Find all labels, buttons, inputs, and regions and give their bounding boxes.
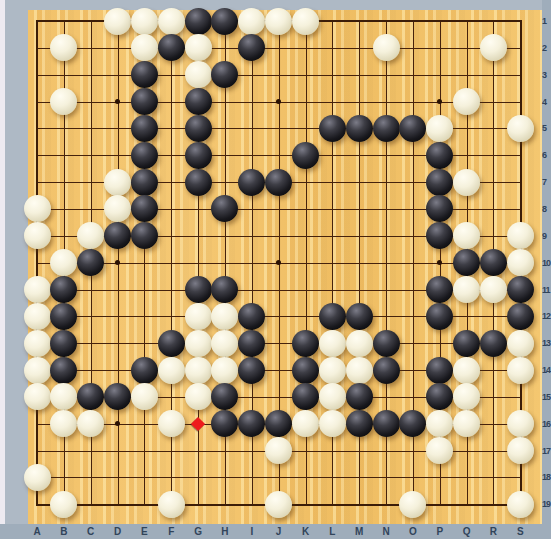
row-label-11: 11	[542, 285, 551, 295]
stone-white-G15	[185, 383, 212, 410]
stone-black-M15	[346, 383, 373, 410]
row-label-6: 6	[542, 150, 551, 160]
stone-white-H13	[211, 330, 238, 357]
stone-black-I13	[238, 330, 265, 357]
stone-black-P7	[426, 169, 453, 196]
stone-white-L13	[319, 330, 346, 357]
stone-white-A15	[24, 383, 51, 410]
stone-black-P14	[426, 357, 453, 384]
stone-black-L5	[319, 115, 346, 142]
stone-white-Q4	[453, 88, 480, 115]
stone-white-A9	[24, 222, 51, 249]
stone-black-N13	[373, 330, 400, 357]
stone-white-A8	[24, 195, 51, 222]
column-label-F: F	[162, 526, 180, 537]
stone-white-S19	[507, 491, 534, 518]
stone-black-B13	[50, 330, 77, 357]
stone-white-Q7	[453, 169, 480, 196]
stone-black-G1	[185, 8, 212, 35]
stone-black-H1	[211, 8, 238, 35]
stone-white-P5	[426, 115, 453, 142]
stone-white-G12	[185, 303, 212, 330]
stone-white-N2	[373, 34, 400, 61]
stone-white-O19	[399, 491, 426, 518]
column-label-A: A	[28, 526, 46, 537]
stone-white-J1	[265, 8, 292, 35]
stone-black-E6	[131, 142, 158, 169]
stone-black-I7	[238, 169, 265, 196]
window-margin-left	[0, 0, 5, 539]
stone-black-Q13	[453, 330, 480, 357]
column-label-N: N	[377, 526, 395, 537]
stone-white-S9	[507, 222, 534, 249]
stone-black-K6	[292, 142, 319, 169]
row-label-3: 3	[542, 70, 551, 80]
stone-white-B19	[50, 491, 77, 518]
stone-black-M12	[346, 303, 373, 330]
row-label-8: 8	[542, 204, 551, 214]
stone-white-S13	[507, 330, 534, 357]
column-label-I: I	[243, 526, 261, 537]
stone-black-R13	[480, 330, 507, 357]
row-label-12: 12	[542, 311, 551, 321]
stone-black-E4	[131, 88, 158, 115]
row-label-7: 7	[542, 177, 551, 187]
column-label-P: P	[431, 526, 449, 537]
column-label-R: R	[484, 526, 502, 537]
column-label-E: E	[135, 526, 153, 537]
stone-black-I12	[238, 303, 265, 330]
stone-black-L12	[319, 303, 346, 330]
column-label-O: O	[404, 526, 422, 537]
column-label-Q: Q	[458, 526, 476, 537]
stone-black-B12	[50, 303, 77, 330]
row-labels-band: 12345678910111213141516171819	[542, 0, 551, 539]
stone-black-K13	[292, 330, 319, 357]
stone-black-I14	[238, 357, 265, 384]
stone-white-S17	[507, 437, 534, 464]
row-label-16: 16	[542, 419, 551, 429]
stone-white-M13	[346, 330, 373, 357]
stone-white-E1	[131, 8, 158, 35]
stone-black-K14	[292, 357, 319, 384]
column-labels-band: ABCDEFGHIJKLMNOPQRS	[0, 524, 551, 539]
row-label-10: 10	[542, 258, 551, 268]
column-label-M: M	[350, 526, 368, 537]
stone-white-R11	[480, 276, 507, 303]
stone-white-H14	[211, 357, 238, 384]
row-label-13: 13	[542, 338, 551, 348]
stone-black-G5	[185, 115, 212, 142]
stone-white-G13	[185, 330, 212, 357]
stone-black-E9	[131, 222, 158, 249]
column-label-J: J	[270, 526, 288, 537]
stone-black-P12	[426, 303, 453, 330]
column-label-B: B	[55, 526, 73, 537]
stone-white-F19	[158, 491, 185, 518]
stone-white-G3	[185, 61, 212, 88]
column-label-D: D	[109, 526, 127, 537]
stone-black-G11	[185, 276, 212, 303]
stone-black-N5	[373, 115, 400, 142]
stone-white-L14	[319, 357, 346, 384]
stone-black-R10	[480, 249, 507, 276]
stone-white-I1	[238, 8, 265, 35]
stone-white-A12	[24, 303, 51, 330]
row-label-2: 2	[542, 43, 551, 53]
stone-white-F14	[158, 357, 185, 384]
stone-white-A13	[24, 330, 51, 357]
row-label-5: 5	[542, 123, 551, 133]
stone-black-B14	[50, 357, 77, 384]
stone-black-E3	[131, 61, 158, 88]
stone-black-G7	[185, 169, 212, 196]
stone-black-S11	[507, 276, 534, 303]
stone-black-E7	[131, 169, 158, 196]
goban-board[interactable]	[28, 10, 542, 524]
column-label-G: G	[189, 526, 207, 537]
stone-white-S5	[507, 115, 534, 142]
row-label-19: 19	[542, 499, 551, 509]
stone-white-S14	[507, 357, 534, 384]
stone-white-S16	[507, 410, 534, 437]
stone-white-M14	[346, 357, 373, 384]
column-label-C: C	[82, 526, 100, 537]
stone-white-L16	[319, 410, 346, 437]
stone-black-S12	[507, 303, 534, 330]
stone-white-A11	[24, 276, 51, 303]
stone-black-F2	[158, 34, 185, 61]
go-game-screenshot: ABCDEFGHIJKLMNOPQRS 12345678910111213141…	[0, 0, 551, 539]
stone-black-G6	[185, 142, 212, 169]
row-label-17: 17	[542, 446, 551, 456]
stone-white-F16	[158, 410, 185, 437]
stone-black-N16	[373, 410, 400, 437]
stone-black-M16	[346, 410, 373, 437]
stone-black-E14	[131, 357, 158, 384]
row-label-18: 18	[542, 472, 551, 482]
stone-white-D1	[104, 8, 131, 35]
stone-black-G4	[185, 88, 212, 115]
stone-white-A14	[24, 357, 51, 384]
stone-black-M5	[346, 115, 373, 142]
stone-white-A18	[24, 464, 51, 491]
stone-white-G14	[185, 357, 212, 384]
stone-black-E5	[131, 115, 158, 142]
stone-black-P6	[426, 142, 453, 169]
row-label-9: 9	[542, 231, 551, 241]
row-label-1: 1	[542, 16, 551, 26]
row-label-15: 15	[542, 392, 551, 402]
stone-white-G2	[185, 34, 212, 61]
stone-black-F13	[158, 330, 185, 357]
row-label-4: 4	[542, 97, 551, 107]
column-label-L: L	[323, 526, 341, 537]
stone-white-K1	[292, 8, 319, 35]
stone-black-J7	[265, 169, 292, 196]
stone-white-Q11	[453, 276, 480, 303]
column-label-K: K	[297, 526, 315, 537]
stone-white-D7	[104, 169, 131, 196]
stone-white-F1	[158, 8, 185, 35]
column-label-S: S	[511, 526, 529, 537]
stone-white-J19	[265, 491, 292, 518]
stone-white-Q14	[453, 357, 480, 384]
column-label-H: H	[216, 526, 234, 537]
row-label-14: 14	[542, 365, 551, 375]
stone-white-S10	[507, 249, 534, 276]
stone-black-N14	[373, 357, 400, 384]
